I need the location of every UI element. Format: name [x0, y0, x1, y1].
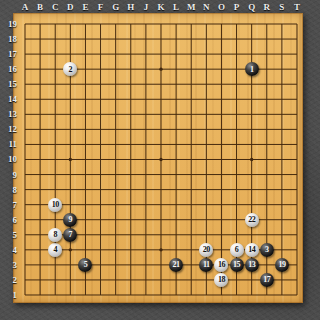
- stone-O2: 18: [214, 273, 228, 287]
- row-label-12: 12: [8, 125, 17, 134]
- stone-N3: 11: [199, 258, 213, 272]
- column-label-T: T: [294, 3, 300, 12]
- stone-N4: 20: [199, 243, 213, 257]
- stone-D16: 2: [63, 62, 77, 76]
- stone-L3: 21: [169, 258, 183, 272]
- row-label-10: 10: [8, 155, 17, 164]
- column-label-Q: Q: [248, 3, 255, 12]
- column-label-A: A: [22, 3, 29, 12]
- star-point-K16: [159, 67, 162, 70]
- column-label-C: C: [52, 3, 59, 12]
- star-point-D10: [69, 158, 72, 161]
- stone-Q6: 22: [245, 213, 259, 227]
- star-point-K10: [159, 158, 162, 161]
- stone-Q3: 13: [245, 258, 259, 272]
- stone-Q16: 1: [245, 62, 259, 76]
- column-label-S: S: [279, 3, 284, 12]
- board-grid-lines: [0, 0, 320, 320]
- row-label-19: 19: [8, 20, 17, 29]
- column-label-J: J: [144, 3, 149, 12]
- row-label-9: 9: [13, 170, 18, 179]
- row-label-15: 15: [8, 80, 17, 89]
- star-point-K4: [159, 248, 162, 251]
- star-point-D4: [69, 248, 72, 251]
- column-label-H: H: [127, 3, 134, 12]
- column-label-G: G: [112, 3, 119, 12]
- stone-D5: 7: [63, 228, 77, 242]
- row-label-2: 2: [13, 275, 18, 284]
- row-label-16: 16: [8, 65, 17, 74]
- row-label-4: 4: [13, 245, 18, 254]
- stone-P4: 6: [230, 243, 244, 257]
- column-label-M: M: [187, 3, 196, 12]
- stone-C5: 8: [48, 228, 62, 242]
- stone-C7: 10: [48, 198, 62, 212]
- stone-D6: 9: [63, 213, 77, 227]
- column-label-K: K: [157, 3, 164, 12]
- stone-C4: 4: [48, 243, 62, 257]
- column-label-O: O: [218, 3, 225, 12]
- row-label-5: 5: [13, 230, 18, 239]
- row-label-14: 14: [8, 95, 17, 104]
- row-label-13: 13: [8, 110, 17, 119]
- stone-R4: 3: [260, 243, 274, 257]
- column-label-R: R: [264, 3, 271, 12]
- column-label-L: L: [173, 3, 179, 12]
- stone-P3: 15: [230, 258, 244, 272]
- column-label-N: N: [203, 3, 210, 12]
- row-label-18: 18: [8, 35, 17, 44]
- column-label-B: B: [37, 3, 43, 12]
- star-point-Q10: [250, 158, 253, 161]
- row-label-17: 17: [8, 50, 17, 59]
- go-diagram: ABCDEFGHJKLMNOPQRST191817161514131211109…: [0, 0, 320, 320]
- column-label-P: P: [234, 3, 240, 12]
- stone-S3: 19: [275, 258, 289, 272]
- row-label-6: 6: [13, 215, 18, 224]
- column-label-F: F: [98, 3, 104, 12]
- stone-Q4: 14: [245, 243, 259, 257]
- column-label-E: E: [82, 3, 88, 12]
- stone-R2: 17: [260, 273, 274, 287]
- row-label-3: 3: [13, 260, 18, 269]
- row-label-8: 8: [13, 185, 18, 194]
- row-label-7: 7: [13, 200, 18, 209]
- row-label-1: 1: [13, 290, 18, 299]
- column-label-D: D: [67, 3, 74, 12]
- stone-E3: 5: [78, 258, 92, 272]
- stone-O3: 16: [214, 258, 228, 272]
- row-label-11: 11: [8, 140, 17, 149]
